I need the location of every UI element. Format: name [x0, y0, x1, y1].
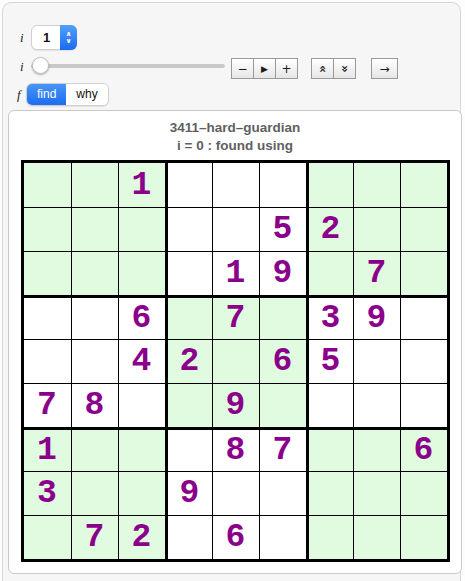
cell-r6c7 [306, 383, 353, 427]
puzzle-title: 3411–hard–guardian [9, 120, 461, 135]
cell-r3c7 [306, 251, 353, 295]
cell-r3c2 [71, 251, 118, 295]
cell-r5c8 [353, 339, 400, 383]
cell-r8c7 [306, 471, 353, 515]
cell-r9c4 [165, 515, 212, 559]
cell-r8c9 [400, 471, 447, 515]
cell-r3c8: 7 [353, 251, 400, 295]
cell-r2c9 [400, 207, 447, 251]
slider-label: i [20, 59, 24, 75]
content-panel: 3411–hard–guardian i = 0 : found using 1… [8, 110, 462, 574]
cell-r7c8 [353, 427, 400, 471]
cell-r1c1 [24, 163, 71, 207]
cell-r2c5 [212, 207, 259, 251]
cell-r6c6 [259, 383, 306, 427]
cell-r6c8 [353, 383, 400, 427]
cell-r7c5: 8 [212, 427, 259, 471]
cell-r7c7 [306, 427, 353, 471]
stepper-label: i [20, 30, 24, 46]
cell-r8c4: 9 [165, 471, 212, 515]
cell-r2c7: 2 [306, 207, 353, 251]
cell-r2c4 [165, 207, 212, 251]
cell-r8c6 [259, 471, 306, 515]
cell-r5c4: 2 [165, 339, 212, 383]
cell-r5c1 [24, 339, 71, 383]
cell-r4c2 [71, 295, 118, 339]
cell-r9c3: 2 [118, 515, 165, 559]
why-button[interactable]: why [66, 84, 107, 105]
cell-r1c6 [259, 163, 306, 207]
cell-r5c2 [71, 339, 118, 383]
cell-r6c5: 9 [212, 383, 259, 427]
cell-r6c3 [118, 383, 165, 427]
double-chevron-up-icon: « [315, 65, 329, 73]
direction-button[interactable]: → [371, 58, 398, 79]
cell-r9c7 [306, 515, 353, 559]
plus-icon: + [281, 62, 291, 76]
animator-group-direction: → [371, 58, 398, 79]
cell-r2c8 [353, 207, 400, 251]
cell-r6c2: 8 [71, 383, 118, 427]
cell-r4c9 [400, 295, 447, 339]
status-line: i = 0 : found using [9, 138, 461, 153]
cell-r3c1 [24, 251, 71, 295]
cell-r7c3 [118, 427, 165, 471]
slower-button[interactable]: » [333, 58, 356, 79]
manipulate-frame: i 1 ∧ ∨ i − ▶ + « » → f find why 3411–ha… [2, 2, 461, 581]
increment-button[interactable]: + [275, 58, 298, 79]
cell-r1c7 [306, 163, 353, 207]
cell-r6c9 [400, 383, 447, 427]
stepper-arrows-icon[interactable]: ∧ ∨ [60, 25, 77, 50]
right-arrow-icon: → [379, 62, 389, 76]
cell-r5c3: 4 [118, 339, 165, 383]
animator-group-step: − ▶ + [231, 58, 298, 79]
cell-r3c6: 9 [259, 251, 306, 295]
cell-r8c8 [353, 471, 400, 515]
cell-r8c1: 3 [24, 471, 71, 515]
slider-thumb[interactable] [32, 57, 49, 74]
cell-r4c7: 3 [306, 295, 353, 339]
cell-r7c1: 1 [24, 427, 71, 471]
slider-track[interactable] [31, 64, 225, 68]
cell-r5c5 [212, 339, 259, 383]
toggle-label: f [17, 87, 21, 103]
cell-r2c1 [24, 207, 71, 251]
cell-r3c5: 1 [212, 251, 259, 295]
cell-r1c5 [212, 163, 259, 207]
cell-r6c4 [165, 383, 212, 427]
cell-r7c2 [71, 427, 118, 471]
cell-r9c1 [24, 515, 71, 559]
index-stepper[interactable]: 1 ∧ ∨ [31, 25, 77, 50]
cell-r2c3 [118, 207, 165, 251]
play-icon: ▶ [261, 64, 268, 74]
cell-r5c9 [400, 339, 447, 383]
sudoku-grid: 15219767394265789187639726 [21, 160, 450, 562]
cell-r9c2: 7 [71, 515, 118, 559]
cell-r8c2 [71, 471, 118, 515]
cell-r8c5 [212, 471, 259, 515]
cell-r4c4 [165, 295, 212, 339]
cell-r1c4 [165, 163, 212, 207]
cell-r1c9 [400, 163, 447, 207]
cell-r4c5: 7 [212, 295, 259, 339]
cell-r7c6: 7 [259, 427, 306, 471]
cell-r8c3 [118, 471, 165, 515]
cell-r3c3 [118, 251, 165, 295]
cell-r2c6: 5 [259, 207, 306, 251]
stepper-value: 1 [32, 26, 61, 49]
cell-r4c1 [24, 295, 71, 339]
cell-r5c7: 5 [306, 339, 353, 383]
cell-r1c2 [71, 163, 118, 207]
cell-r9c8 [353, 515, 400, 559]
animator-group-speed: « » [311, 58, 356, 79]
cell-r4c3: 6 [118, 295, 165, 339]
play-button[interactable]: ▶ [253, 58, 276, 79]
chevron-down-icon: ∨ [66, 38, 72, 45]
cell-r6c1: 7 [24, 383, 71, 427]
faster-button[interactable]: « [311, 58, 334, 79]
cell-r9c6 [259, 515, 306, 559]
cell-r7c4 [165, 427, 212, 471]
decrement-button[interactable]: − [231, 58, 254, 79]
cell-r4c6 [259, 295, 306, 339]
mode-toggler: find why [26, 83, 109, 106]
double-chevron-down-icon: » [337, 65, 351, 73]
cell-r3c4 [165, 251, 212, 295]
cell-r4c8: 9 [353, 295, 400, 339]
cell-r1c8 [353, 163, 400, 207]
find-button[interactable]: find [27, 84, 66, 105]
cell-r7c9: 6 [400, 427, 447, 471]
cell-r2c2 [71, 207, 118, 251]
cell-r1c3: 1 [118, 163, 165, 207]
cell-r5c6: 6 [259, 339, 306, 383]
cell-r9c9 [400, 515, 447, 559]
cell-r9c5: 6 [212, 515, 259, 559]
cell-r3c9 [400, 251, 447, 295]
minus-icon: − [237, 62, 247, 76]
